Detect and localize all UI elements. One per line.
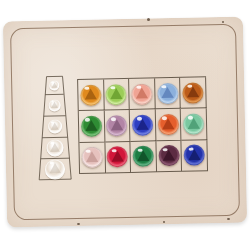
grid-cell-r3c5 (182, 140, 208, 172)
marble-clear[interactable] (46, 139, 63, 156)
dust-speck (163, 221, 165, 223)
grid-cell-r1c1 (78, 79, 104, 111)
grid-cell-r1c5 (180, 77, 206, 109)
marble-mint-green[interactable] (183, 113, 204, 134)
grid-cell-r2c2 (104, 110, 130, 142)
grid-cell-r2c4 (156, 109, 182, 141)
marble-clear[interactable] (48, 99, 60, 111)
grid-cell-r3c3 (131, 141, 157, 173)
grid-cell-r3c4 (156, 140, 182, 172)
marble-cobalt-blue[interactable] (184, 145, 205, 166)
dust-speck (222, 21, 224, 23)
grid-cell-r1c4 (155, 78, 181, 110)
marble-amber-orange[interactable] (80, 84, 101, 105)
grid-cell-r1c2 (104, 79, 130, 111)
dust-speck (147, 18, 150, 21)
marble-mauve[interactable] (106, 115, 127, 136)
game-board (3, 17, 247, 228)
marble-dark-plum[interactable] (158, 145, 179, 166)
marble-orange-red[interactable] (157, 114, 178, 135)
photo-background (0, 0, 250, 250)
marble-emerald-green[interactable] (132, 146, 153, 167)
grid-cell-r2c3 (130, 110, 156, 142)
marble-lime-green[interactable] (106, 84, 127, 105)
dust-speck (227, 218, 230, 220)
grid-cell-r2c5 (181, 109, 207, 141)
grid-cell-r1c3 (129, 78, 155, 110)
grid-cell-r3c2 (105, 142, 131, 174)
marble-crimson[interactable] (107, 146, 128, 167)
grid-cell-r2c1 (79, 111, 105, 143)
marble-light-blue[interactable] (157, 83, 178, 104)
marble-pale-pink[interactable] (81, 147, 102, 168)
marble-burnt-orange[interactable] (182, 82, 203, 103)
marble-peach-pink[interactable] (131, 83, 152, 104)
bead-grid (77, 76, 208, 174)
marble-clear[interactable] (45, 159, 65, 179)
dust-speck (77, 223, 80, 225)
marble-forest-green[interactable] (81, 115, 102, 136)
grid-cell-r3c1 (79, 142, 105, 174)
marble-royal-blue[interactable] (132, 114, 153, 135)
